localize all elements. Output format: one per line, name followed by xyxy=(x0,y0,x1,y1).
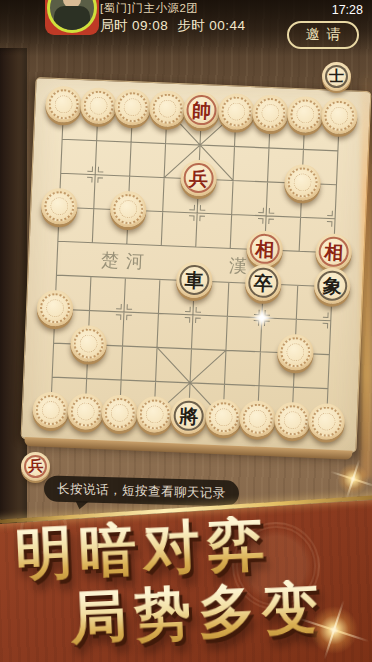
move-time-value: 00:44 xyxy=(209,18,245,33)
game-time-label: 局时 xyxy=(100,18,128,33)
game-time-value: 09:08 xyxy=(132,18,168,33)
captured-piece-shi: 士 xyxy=(322,62,351,91)
piece-red-bing[interactable]: 兵 xyxy=(180,159,217,196)
hidden-piece[interactable] xyxy=(114,88,151,125)
captured-piece-bing: 兵 xyxy=(21,452,50,481)
warm-light-glow xyxy=(361,70,372,478)
move-time-label: 步时 xyxy=(177,18,205,33)
hidden-piece[interactable] xyxy=(41,187,78,224)
move-sparkle-indicator xyxy=(251,307,272,328)
hidden-piece[interactable] xyxy=(79,87,116,124)
system-clock: 17:28 xyxy=(332,3,363,17)
hidden-piece[interactable] xyxy=(273,401,310,438)
piece-black-xiang[interactable]: 象 xyxy=(314,267,351,304)
hidden-piece[interactable] xyxy=(321,97,358,134)
game-screen: [蜀门]门主小源2团 局时09:08步时00:44 17:28 邀请 楚河漢界 … xyxy=(0,0,372,662)
hidden-piece[interactable] xyxy=(67,393,104,430)
hidden-piece[interactable] xyxy=(252,94,289,131)
piece-black-jiang[interactable]: 將 xyxy=(170,397,207,434)
banner-headline-1: 明暗对弈 xyxy=(14,514,272,583)
hidden-piece[interactable] xyxy=(286,96,323,133)
hidden-piece[interactable] xyxy=(148,90,185,127)
hidden-piece[interactable] xyxy=(110,190,147,227)
hidden-piece[interactable] xyxy=(36,289,73,326)
opponent-name: [蜀门]门主小源2团 xyxy=(100,1,198,16)
promo-banner[interactable]: 明暗对弈 局势多变 xyxy=(0,496,372,662)
game-timers: 局时09:08步时00:44 xyxy=(100,17,255,35)
hidden-piece[interactable] xyxy=(204,399,241,436)
hidden-piece[interactable] xyxy=(283,164,320,201)
piece-black-zu[interactable]: 卒 xyxy=(245,264,282,301)
xiangqi-board[interactable]: 楚河漢界 帥兵相相車卒象將 xyxy=(21,77,372,453)
hidden-piece[interactable] xyxy=(276,333,313,370)
hidden-piece[interactable] xyxy=(45,86,82,123)
hidden-piece[interactable] xyxy=(101,394,138,431)
banner-headline-2: 局势多变 xyxy=(69,578,327,647)
hidden-piece[interactable] xyxy=(239,400,276,437)
table-left-edge xyxy=(0,48,27,526)
hidden-piece[interactable] xyxy=(32,391,69,428)
pieces-layer: 帥兵相相車卒象將 xyxy=(22,78,371,452)
piece-black-ju[interactable]: 車 xyxy=(176,261,213,298)
piece-red-xiang[interactable]: 相 xyxy=(246,230,283,267)
invite-button[interactable]: 邀请 xyxy=(287,21,359,49)
piece-red-xiang[interactable]: 相 xyxy=(315,233,352,270)
hidden-piece[interactable] xyxy=(308,403,345,440)
hidden-piece[interactable] xyxy=(69,325,106,362)
piece-red-shuai[interactable]: 帥 xyxy=(183,91,220,128)
hidden-piece[interactable] xyxy=(135,396,172,433)
hidden-piece[interactable] xyxy=(217,93,254,130)
